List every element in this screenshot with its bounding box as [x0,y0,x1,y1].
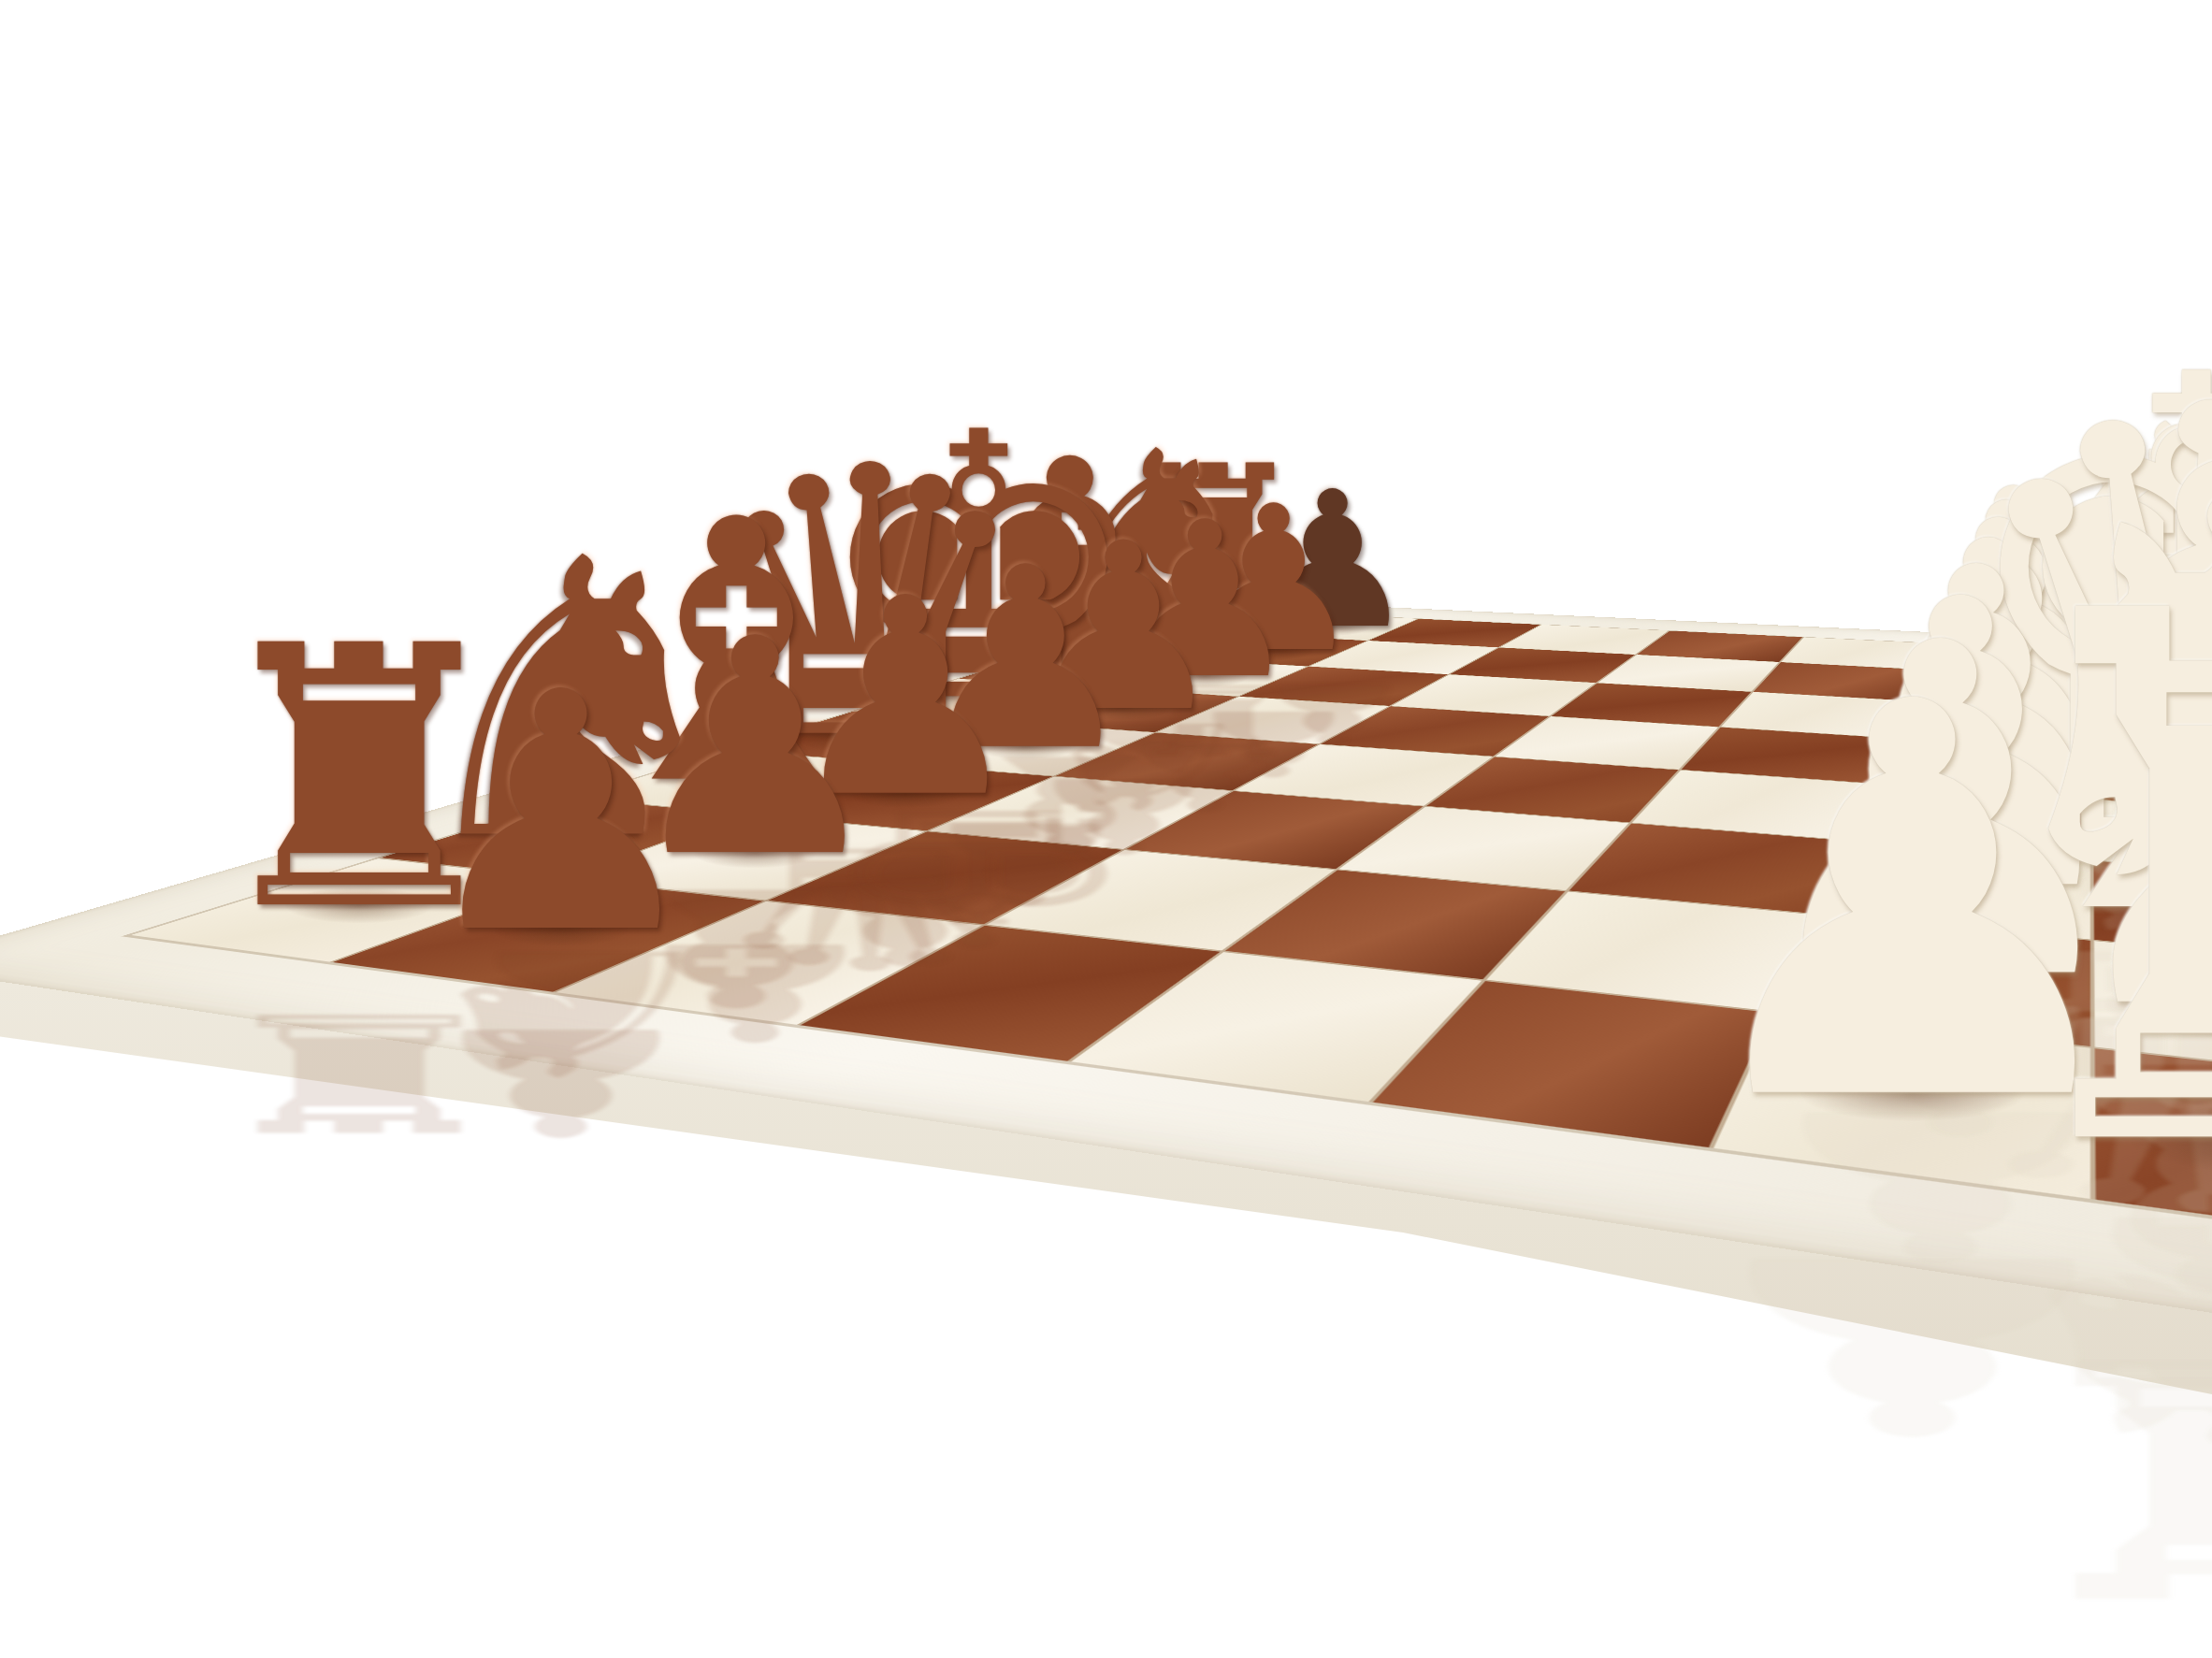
photo-canvas: ♜♜♟♟♟♟♜♜♞♞♟♟♟♟♞♞♝♝♟♟♟♟♝♝♚♚♟♟♟♟♚♚♛♛♟♟♟♟♛♛… [0,0,2212,1658]
piece-black-pawn-a7[interactable]: ♟ [413,650,708,979]
piece-white-rook-a1[interactable]: ♜ [1954,521,2212,1247]
piece-reflection: ♜ [1954,1309,2212,1636]
